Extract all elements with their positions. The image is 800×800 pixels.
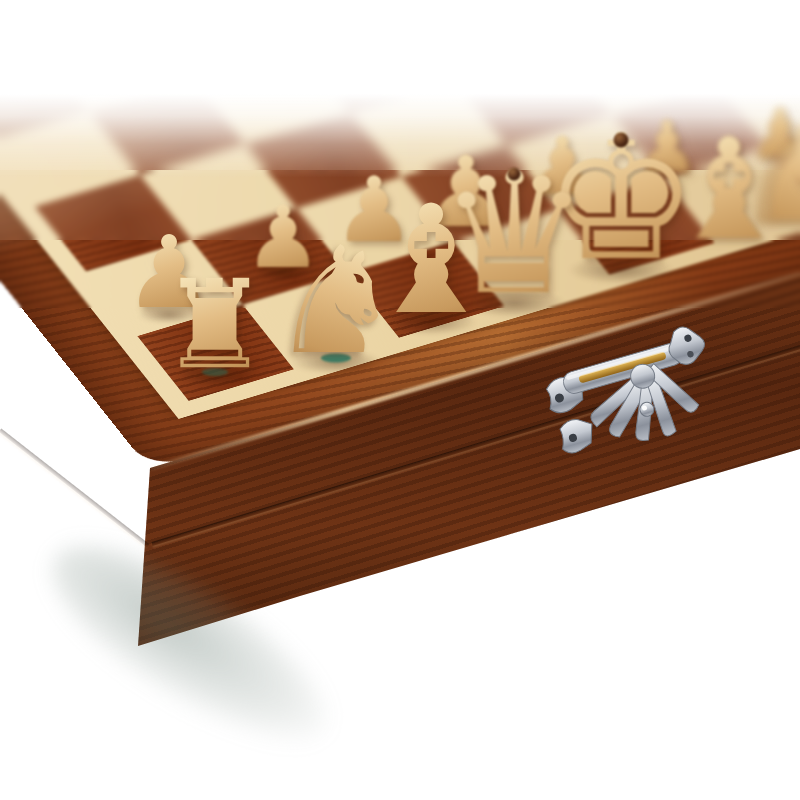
lid-base-seam-left: [0, 428, 149, 547]
piece-white-knight-b1[interactable]: ♞: [270, 227, 403, 375]
box-drop-shadow: [26, 512, 354, 779]
photo-stage: ♜♞♝♛♚♝♞♟♟♟♟♟♟♟: [0, 0, 800, 800]
piece-white-rook-a1[interactable]: ♜: [160, 264, 269, 386]
